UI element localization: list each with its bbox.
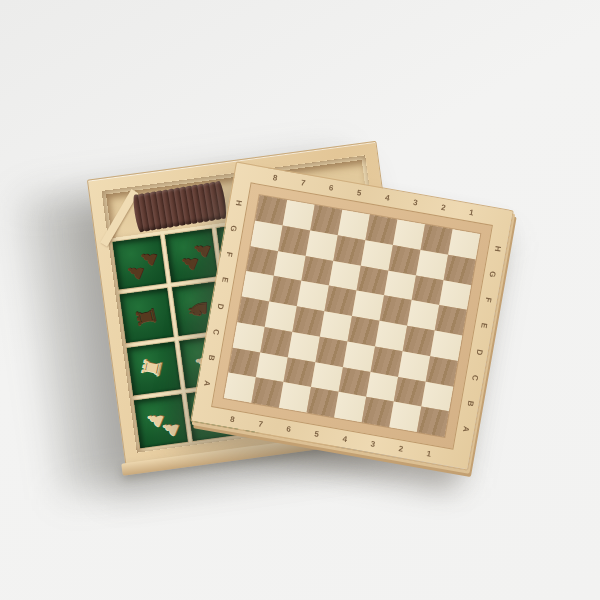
stored-dark-knight: ♞ [185,298,210,320]
stored-light-pawn: ♟ [158,417,182,440]
felt-compartment: ♜ [127,341,181,395]
number-label: 2 [440,203,446,213]
number-label: 1 [426,449,432,459]
letter-label: D [474,348,484,355]
number-label: 8 [230,414,236,424]
number-label: 5 [356,188,362,198]
letter-label: D [215,302,225,309]
stored-dark-pawn: ♟ [189,238,213,261]
number-label: 8 [272,173,278,183]
board-margin [211,182,493,449]
checkers-stack [132,181,227,233]
stored-light-rook: ♜ [139,355,167,381]
letter-label: G [488,270,498,278]
number-label: 5 [314,429,320,439]
number-label: 3 [370,439,376,449]
board-squares [224,195,480,437]
stored-dark-pawn: ♟ [124,260,148,283]
number-label: 6 [328,183,334,193]
stored-dark-pawn: ♟ [136,246,160,269]
felt-compartment: ♟♟ [165,229,219,283]
letter-label: H [234,199,244,206]
stored-dark-rook: ♜ [133,304,161,330]
letter-label: E [479,322,489,329]
letter-label: G [229,225,239,233]
stored-light-pawn: ♟ [144,408,168,431]
stored-dark-pawn: ♟ [177,251,201,274]
letter-label: C [211,328,221,335]
felt-compartment: ♟♟ [134,394,188,448]
letter-label: A [202,380,212,387]
letter-label: B [206,354,216,361]
number-label: 6 [286,424,292,434]
product-photo-scene: ♟♟♟♟♟♟♜♞♜♟♟♟♟ 87654321 87654321 HGFEDCBA… [0,0,600,600]
felt-compartment: ♟♟ [112,236,166,290]
square-A1 [417,407,449,437]
letter-label: E [220,277,230,284]
number-label: 4 [342,434,348,444]
letter-label: B [465,400,475,407]
letter-label: F [483,297,493,303]
number-label: 2 [398,444,404,454]
chessboard-lid: 87654321 87654321 HGFEDCBA HGFEDCBA [190,162,514,471]
letter-label: A [461,426,471,433]
number-label: 1 [469,208,475,218]
letter-label: H [493,245,503,252]
number-label: 7 [258,419,264,429]
letter-label: F [224,251,234,257]
felt-compartment: ♜ [120,288,174,342]
letter-label: C [470,374,480,381]
number-label: 7 [300,178,306,188]
number-label: 4 [384,193,390,203]
number-label: 3 [412,198,418,208]
